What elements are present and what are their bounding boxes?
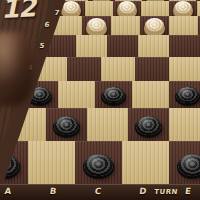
checker-black-C3[interactable]: [102, 87, 125, 104]
square-D4[interactable]: [135, 57, 169, 81]
square-C5[interactable]: [107, 35, 138, 57]
square-B7[interactable]: [85, 1, 113, 16]
checker-white-D6[interactable]: [145, 18, 163, 33]
square-D1[interactable]: [122, 141, 169, 186]
square-D7[interactable]: [141, 1, 169, 16]
square-A4[interactable]: [33, 57, 67, 81]
square-B2[interactable]: [46, 108, 87, 141]
square-A7[interactable]: [57, 1, 85, 16]
square-C1[interactable]: [75, 141, 122, 186]
checker-white-B6[interactable]: [87, 18, 105, 33]
checker-black-B2[interactable]: [54, 116, 80, 135]
checker-white-C7[interactable]: [118, 1, 136, 15]
square-A5[interactable]: [45, 35, 76, 57]
square-E7[interactable]: [169, 1, 197, 16]
square-C4[interactable]: [101, 57, 135, 81]
square-D2[interactable]: [128, 108, 169, 141]
board-row-6: [53, 16, 200, 35]
board-row-5: [45, 35, 200, 57]
file-label-D: D: [139, 186, 147, 196]
square-E6[interactable]: [169, 16, 198, 35]
board-row-2: [5, 108, 200, 141]
checker-black-A1[interactable]: [0, 154, 19, 175]
square-B5[interactable]: [76, 35, 107, 57]
game-scene: 765432 ABCDE 12 12 TURN: [0, 0, 200, 200]
square-C2[interactable]: [87, 108, 128, 141]
board-row-7: [57, 1, 200, 16]
file-label-C: C: [94, 186, 101, 196]
square-E3[interactable]: [169, 81, 200, 108]
square-C6[interactable]: [111, 16, 140, 35]
file-label-A: A: [4, 186, 12, 196]
square-E5[interactable]: [169, 35, 200, 57]
square-D6[interactable]: [140, 16, 169, 35]
square-F6[interactable]: [198, 16, 200, 35]
checker-black-E1[interactable]: [178, 154, 200, 175]
square-A2[interactable]: [5, 108, 46, 141]
checker-black-D2[interactable]: [136, 116, 162, 135]
square-A1[interactable]: [0, 141, 28, 186]
checker-black-C1[interactable]: [84, 154, 114, 175]
square-E1[interactable]: [169, 141, 200, 186]
file-label-B: B: [49, 186, 57, 196]
board-row-1: [0, 141, 200, 186]
checker-white-E7[interactable]: [174, 1, 192, 15]
turn-indicator: TURN: [154, 188, 179, 196]
square-D5[interactable]: [138, 35, 169, 57]
square-B4[interactable]: [67, 57, 101, 81]
board-row-4: [33, 57, 200, 81]
checker-white-A7[interactable]: [62, 1, 80, 15]
square-B6[interactable]: [82, 16, 111, 35]
checker-black-A3[interactable]: [28, 87, 51, 104]
square-B1[interactable]: [28, 141, 75, 186]
square-D3[interactable]: [132, 81, 169, 108]
pieces-count: 12: [0, 0, 36, 22]
square-F7[interactable]: [197, 1, 200, 16]
checker-black-E3[interactable]: [176, 87, 199, 104]
square-B3[interactable]: [58, 81, 95, 108]
square-C3[interactable]: [95, 81, 132, 108]
square-E4[interactable]: [169, 57, 200, 81]
square-A6[interactable]: [53, 16, 82, 35]
board-row-3: [21, 81, 200, 108]
checkers-board: [0, 0, 200, 200]
file-label-E: E: [184, 186, 191, 196]
square-E2[interactable]: [169, 108, 200, 141]
square-C7[interactable]: [113, 1, 141, 16]
